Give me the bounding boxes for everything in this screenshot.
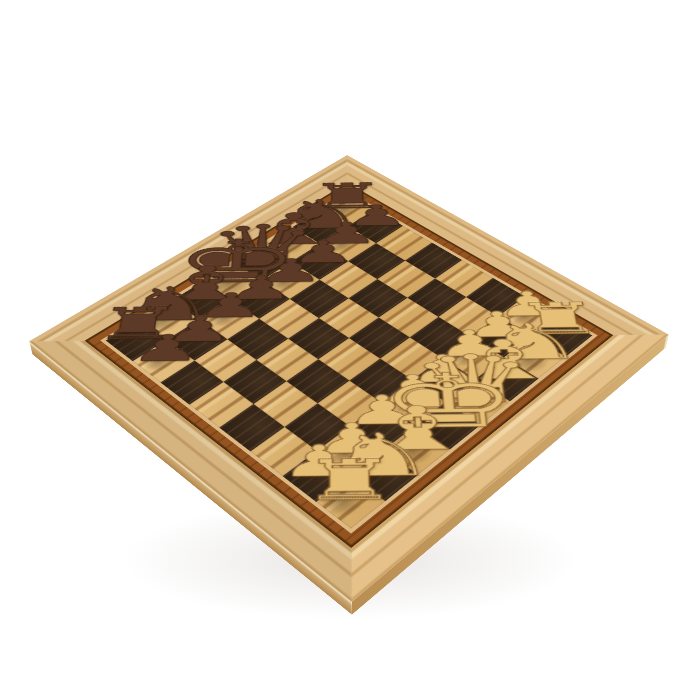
square-g2[interactable] bbox=[317, 426, 384, 475]
piece-shadow bbox=[346, 452, 406, 497]
white-bishop-glyph: ♝ bbox=[362, 401, 475, 456]
chess-set-photo-scene: ♜♞♟♝♟♛♟♚♟♝♟♞♟♟♜♟♟♜♟♟♞♟♝♟♛♟♚♟♝♟♞♜ bbox=[0, 0, 700, 700]
square-e4[interactable] bbox=[318, 338, 380, 381]
checkerboard-playing-area[interactable]: ♜♞♟♝♟♛♟♚♟♝♟♞♟♟♜♟♟♜♟♟♞♟♝♟♛♟♚♟♝♟♞♜ bbox=[106, 194, 592, 529]
square-f3[interactable] bbox=[318, 381, 382, 427]
square-g5[interactable] bbox=[223, 360, 286, 404]
chess-board[interactable]: ♜♞♟♝♟♛♟♚♟♝♟♞♟♟♜♟♟♜♟♟♞♟♝♟♛♟♚♟♝♟♞♜ bbox=[29, 155, 668, 602]
square-f5[interactable] bbox=[256, 339, 318, 382]
black-pawn-glyph: ♟ bbox=[128, 331, 203, 364]
white-pawn-glyph: ♟ bbox=[279, 441, 357, 481]
white-rook-glyph: ♜ bbox=[299, 454, 399, 505]
square-g4[interactable] bbox=[253, 381, 317, 427]
piece-shadow bbox=[322, 435, 368, 469]
